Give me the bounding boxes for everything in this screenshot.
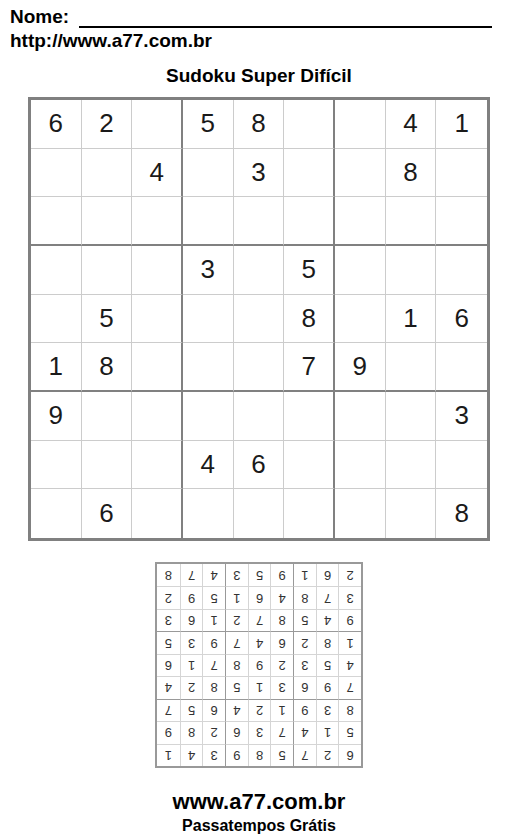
solution-cell-r8c2: 7 [316, 586, 339, 608]
puzzle-cell-r4c5[interactable] [234, 246, 285, 295]
puzzle-cell-r3c8[interactable] [386, 197, 437, 246]
footer-tagline: Passatempos Grátis [0, 816, 518, 836]
puzzle-cell-r4c7[interactable] [335, 246, 386, 295]
solution-cell-r7c2: 4 [316, 609, 339, 631]
solution-cell-r1c2: 2 [316, 744, 339, 766]
puzzle-cell-r7c4[interactable] [183, 392, 234, 441]
solution-cell-r4c9: 4 [157, 676, 180, 698]
puzzle-cell-r6c6: 7 [284, 343, 335, 392]
puzzle-cell-r7c5[interactable] [234, 392, 285, 441]
name-line[interactable] [79, 7, 492, 28]
solution-cell-r5c8: 1 [180, 654, 203, 676]
solution-cell-r1c6: 9 [225, 744, 248, 766]
solution-cell-r1c1: 6 [338, 744, 361, 766]
puzzle-cell-r8c9[interactable] [436, 441, 487, 490]
solution-cell-r7c3: 5 [293, 609, 316, 631]
puzzle-cell-r5c8: 1 [386, 295, 437, 344]
footer-site: www.a77.com.br [0, 790, 518, 814]
solution-cell-r6c3: 2 [293, 631, 316, 653]
solution-cell-r1c3: 7 [293, 744, 316, 766]
puzzle-cell-r7c7[interactable] [335, 392, 386, 441]
puzzle-cell-r2c7[interactable] [335, 149, 386, 198]
puzzle-cell-r9c6[interactable] [284, 489, 335, 538]
puzzle-cell-r9c4[interactable] [183, 489, 234, 538]
puzzle-cell-r8c1[interactable] [31, 441, 82, 490]
solution-cell-r4c6: 5 [225, 676, 248, 698]
solution-cell-r3c8: 5 [180, 699, 203, 721]
puzzle-cell-r2c2[interactable] [82, 149, 133, 198]
puzzle-cell-r3c7[interactable] [335, 197, 386, 246]
puzzle-cell-r4c1[interactable] [31, 246, 82, 295]
solution-cell-r8c4: 4 [270, 586, 293, 608]
solution-cell-r6c4: 6 [270, 631, 293, 653]
solution-cell-r9c1: 2 [338, 564, 361, 586]
solution-cell-r5c1: 4 [338, 654, 361, 676]
puzzle-cell-r5c3[interactable] [132, 295, 183, 344]
puzzle-cell-r9c5[interactable] [234, 489, 285, 538]
solution-cell-r3c1: 8 [338, 699, 361, 721]
solution-cell-r4c8: 2 [180, 676, 203, 698]
solution-cell-r6c7: 9 [202, 631, 225, 653]
solution-cell-r2c7: 2 [202, 721, 225, 743]
solution-cell-r4c4: 3 [270, 676, 293, 698]
puzzle-cell-r1c6[interactable] [284, 100, 335, 149]
puzzle-cell-r2c8: 8 [386, 149, 437, 198]
solution-cell-r7c8: 6 [180, 609, 203, 631]
solution-cell-r7c6: 2 [225, 609, 248, 631]
solution-cell-r4c2: 9 [316, 676, 339, 698]
solution-cell-r2c4: 7 [270, 721, 293, 743]
solution-grid: 6275893415147362898391246577963158244532… [155, 562, 363, 768]
solution-grid-rotated-wrap: 6275893415147362898391246577963158244532… [155, 562, 363, 768]
name-row: Nome: [10, 6, 508, 28]
puzzle-cell-r8c3[interactable] [132, 441, 183, 490]
puzzle-cell-r4c9[interactable] [436, 246, 487, 295]
puzzle-cell-r9c2: 6 [82, 489, 133, 538]
puzzle-cell-r5c4[interactable] [183, 295, 234, 344]
puzzle-cell-r6c4[interactable] [183, 343, 234, 392]
solution-cell-r2c9: 9 [157, 721, 180, 743]
puzzle-cell-r3c9[interactable] [436, 197, 487, 246]
solution-cell-r8c9: 2 [157, 586, 180, 608]
solution-cell-r7c4: 8 [270, 609, 293, 631]
puzzle-cell-r8c8[interactable] [386, 441, 437, 490]
solution-cell-r7c1: 9 [338, 609, 361, 631]
puzzle-cell-r9c9: 8 [436, 489, 487, 538]
solution-cell-r9c4: 9 [270, 564, 293, 586]
puzzle-cell-r5c5[interactable] [234, 295, 285, 344]
puzzle-cell-r5c1[interactable] [31, 295, 82, 344]
solution-cell-r5c5: 9 [248, 654, 271, 676]
solution-cell-r7c7: 1 [202, 609, 225, 631]
puzzle-cell-r1c5: 8 [234, 100, 285, 149]
puzzle-cell-r1c3[interactable] [132, 100, 183, 149]
solution-cell-r5c9: 6 [157, 654, 180, 676]
puzzle-cell-r8c7[interactable] [335, 441, 386, 490]
puzzle-cell-r3c1[interactable] [31, 197, 82, 246]
solution-cell-r5c6: 8 [225, 654, 248, 676]
puzzle-cell-r6c2: 8 [82, 343, 133, 392]
solution-cell-r9c7: 4 [202, 564, 225, 586]
solution-cell-r5c4: 2 [270, 654, 293, 676]
solution-cell-r9c3: 1 [293, 564, 316, 586]
solution-cell-r4c5: 1 [248, 676, 271, 698]
solution-cell-r7c9: 3 [157, 609, 180, 631]
solution-cell-r4c1: 7 [338, 676, 361, 698]
puzzle-cell-r4c2[interactable] [82, 246, 133, 295]
solution-cell-r3c7: 6 [202, 699, 225, 721]
solution-cell-r8c8: 9 [180, 586, 203, 608]
solution-cell-r2c3: 4 [293, 721, 316, 743]
solution-cell-r3c6: 4 [225, 699, 248, 721]
puzzle-cell-r1c7[interactable] [335, 100, 386, 149]
puzzle-cell-r6c7: 9 [335, 343, 386, 392]
puzzle-cell-r8c2[interactable] [82, 441, 133, 490]
header: Nome: http://www.a77.com.br [0, 0, 518, 52]
solution-cell-r4c3: 6 [293, 676, 316, 698]
site-url: http://www.a77.com.br [10, 30, 508, 52]
solution-cell-r6c2: 8 [316, 631, 339, 653]
puzzle-cell-r9c8[interactable] [386, 489, 437, 538]
solution-cell-r7c5: 7 [248, 609, 271, 631]
solution-cell-r2c8: 8 [180, 721, 203, 743]
puzzle-cell-r5c9: 6 [436, 295, 487, 344]
puzzle-cell-r7c8[interactable] [386, 392, 437, 441]
solution-cell-r6c9: 5 [157, 631, 180, 653]
puzzle-cell-r3c6[interactable] [284, 197, 335, 246]
puzzle-cell-r9c1[interactable] [31, 489, 82, 538]
solution-cell-r9c6: 3 [225, 564, 248, 586]
solution-cell-r9c9: 8 [157, 564, 180, 586]
solution-cell-r9c5: 5 [248, 564, 271, 586]
puzzle-cell-r5c2: 5 [82, 295, 133, 344]
solution-cell-r8c1: 3 [338, 586, 361, 608]
page: Nome: http://www.a77.com.br Sudoku Super… [0, 0, 518, 840]
solution-cell-r6c6: 7 [225, 631, 248, 653]
solution-cell-r1c5: 8 [248, 744, 271, 766]
solution-cell-r5c3: 3 [293, 654, 316, 676]
solution-cell-r3c9: 7 [157, 699, 180, 721]
solution-cell-r8c6: 1 [225, 586, 248, 608]
puzzle-cell-r6c9[interactable] [436, 343, 487, 392]
solution-cell-r2c1: 5 [338, 721, 361, 743]
solution-cell-r3c5: 2 [248, 699, 271, 721]
solution-cell-r2c2: 1 [316, 721, 339, 743]
solution-cell-r1c4: 5 [270, 744, 293, 766]
puzzle-cell-r1c9: 1 [436, 100, 487, 149]
puzzle-cell-r3c5[interactable] [234, 197, 285, 246]
puzzle-cell-r2c9[interactable] [436, 149, 487, 198]
puzzle-cell-r3c3[interactable] [132, 197, 183, 246]
puzzle-cell-r6c3[interactable] [132, 343, 183, 392]
solution-cell-r8c3: 8 [293, 586, 316, 608]
puzzle-cell-r5c6: 8 [284, 295, 335, 344]
puzzle-cell-r1c8: 4 [386, 100, 437, 149]
puzzle-cell-r1c4: 5 [183, 100, 234, 149]
puzzle-cell-r4c4: 3 [183, 246, 234, 295]
puzzle-cell-r5c7[interactable] [335, 295, 386, 344]
solution-cell-r8c5: 6 [248, 586, 271, 608]
solution-cell-r4c7: 8 [202, 676, 225, 698]
solution-cell-r1c8: 4 [180, 744, 203, 766]
page-title: Sudoku Super Difícil [0, 65, 518, 87]
name-label: Nome: [10, 6, 69, 28]
solution-cell-r6c5: 4 [248, 631, 271, 653]
solution-cell-r5c2: 5 [316, 654, 339, 676]
puzzle-cell-r7c6[interactable] [284, 392, 335, 441]
puzzle-cell-r4c3[interactable] [132, 246, 183, 295]
footer: www.a77.com.br Passatempos Grátis [0, 790, 518, 836]
solution-cell-r6c1: 1 [338, 631, 361, 653]
puzzle-cell-r8c5: 6 [234, 441, 285, 490]
puzzle-cell-r1c2: 2 [82, 100, 133, 149]
puzzle-cell-r7c3[interactable] [132, 392, 183, 441]
puzzle-cell-r4c8[interactable] [386, 246, 437, 295]
solution-cell-r9c8: 7 [180, 564, 203, 586]
puzzle-cell-r2c6[interactable] [284, 149, 335, 198]
puzzle-grid: 6258414383558161879934668 [28, 97, 490, 541]
puzzle-cell-r7c1: 9 [31, 392, 82, 441]
solution-cell-r3c3: 9 [293, 699, 316, 721]
puzzle-cell-r8c6[interactable] [284, 441, 335, 490]
solution-cell-r1c7: 3 [202, 744, 225, 766]
solution-cell-r3c2: 3 [316, 699, 339, 721]
solution-cell-r2c5: 3 [248, 721, 271, 743]
puzzle-cell-r6c5[interactable] [234, 343, 285, 392]
puzzle-cell-r2c1[interactable] [31, 149, 82, 198]
puzzle-cell-r8c4: 4 [183, 441, 234, 490]
solution-cell-r2c6: 6 [225, 721, 248, 743]
puzzle-cell-r6c8[interactable] [386, 343, 437, 392]
puzzle-cell-r2c4[interactable] [183, 149, 234, 198]
puzzle-cell-r2c3: 4 [132, 149, 183, 198]
puzzle-cell-r2c5: 3 [234, 149, 285, 198]
puzzle-cell-r7c2[interactable] [82, 392, 133, 441]
solution-cell-r1c9: 1 [157, 744, 180, 766]
solution-cell-r5c7: 7 [202, 654, 225, 676]
puzzle-cell-r9c3[interactable] [132, 489, 183, 538]
solution-cell-r6c8: 3 [180, 631, 203, 653]
puzzle-cell-r3c2[interactable] [82, 197, 133, 246]
puzzle-cell-r7c9: 3 [436, 392, 487, 441]
solution-cell-r9c2: 6 [316, 564, 339, 586]
puzzle-cell-r4c6: 5 [284, 246, 335, 295]
puzzle-cell-r9c7[interactable] [335, 489, 386, 538]
puzzle-cell-r6c1: 1 [31, 343, 82, 392]
puzzle-cell-r1c1: 6 [31, 100, 82, 149]
puzzle-cell-r3c4[interactable] [183, 197, 234, 246]
solution-cell-r3c4: 1 [270, 699, 293, 721]
solution-cell-r8c7: 5 [202, 586, 225, 608]
